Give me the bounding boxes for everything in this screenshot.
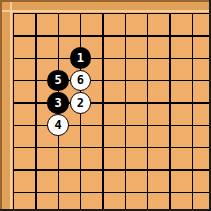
stones-layer[interactable]: 123456 xyxy=(2,2,211,211)
stone-white-6[interactable]: 6 xyxy=(70,70,92,92)
stone-black-3[interactable]: 3 xyxy=(47,92,69,114)
stone-black-5[interactable]: 5 xyxy=(47,70,69,92)
stone-black-1[interactable]: 1 xyxy=(70,47,92,69)
stone-white-2[interactable]: 2 xyxy=(70,92,92,114)
stone-white-4[interactable]: 4 xyxy=(47,114,69,136)
go-board[interactable]: 123456 xyxy=(0,0,211,211)
